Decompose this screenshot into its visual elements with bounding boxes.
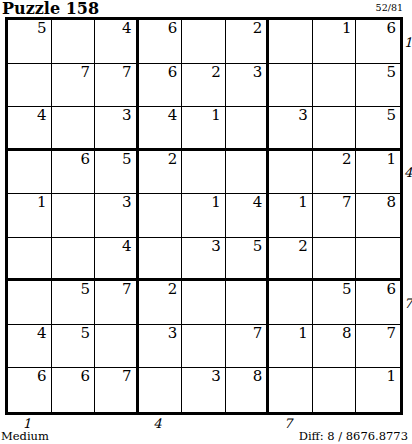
cell-r5c4[interactable] (139, 194, 183, 238)
cell-r8c6[interactable]: 7 (226, 325, 270, 369)
sudoku-board: 5462167762354341356522113141784352572564… (5, 17, 403, 415)
col-label-7: 7 (284, 417, 292, 430)
cell-r3c6[interactable] (226, 107, 270, 151)
cell-r7c6[interactable] (226, 281, 270, 325)
cell-r7c4[interactable]: 2 (139, 281, 183, 325)
row-label-7: 7 (404, 297, 412, 310)
cell-r4c5[interactable] (182, 151, 226, 195)
cell-r8c2[interactable]: 5 (52, 325, 96, 369)
cell-r2c3[interactable]: 7 (95, 64, 139, 108)
row-label-1: 1 (404, 36, 412, 49)
cell-r8c5[interactable] (182, 325, 226, 369)
cell-r5c6[interactable]: 4 (226, 194, 270, 238)
cell-r9c1[interactable]: 6 (8, 368, 52, 412)
cell-r6c8[interactable] (313, 238, 357, 282)
cell-r1c2[interactable] (52, 20, 96, 64)
cell-r8c9[interactable]: 7 (356, 325, 400, 369)
cell-r8c4[interactable]: 3 (139, 325, 183, 369)
cell-r1c7[interactable] (269, 20, 313, 64)
sudoku-puzzle-sheet: Puzzle 158 52/81 54621677623543413565221… (0, 0, 412, 444)
cell-r6c7[interactable]: 2 (269, 238, 313, 282)
cell-r4c7[interactable] (269, 151, 313, 195)
cell-r9c4[interactable] (139, 368, 183, 412)
cell-r9c6[interactable]: 8 (226, 368, 270, 412)
col-label-4: 4 (153, 417, 161, 430)
cell-r2c2[interactable]: 7 (52, 64, 96, 108)
cell-r4c6[interactable] (226, 151, 270, 195)
cell-r2c4[interactable]: 6 (139, 64, 183, 108)
cell-r1c5[interactable] (182, 20, 226, 64)
cell-r4c1[interactable] (8, 151, 52, 195)
cell-r6c1[interactable] (8, 238, 52, 282)
cell-r3c1[interactable]: 4 (8, 107, 52, 151)
cell-r1c4[interactable]: 6 (139, 20, 183, 64)
cell-r8c7[interactable]: 1 (269, 325, 313, 369)
cell-r3c7[interactable]: 3 (269, 107, 313, 151)
cell-r5c1[interactable]: 1 (8, 194, 52, 238)
cell-r5c3[interactable]: 3 (95, 194, 139, 238)
cell-r9c7[interactable] (269, 368, 313, 412)
cell-r9c2[interactable]: 6 (52, 368, 96, 412)
row-label-4: 4 (404, 166, 412, 179)
difficulty-score: Diff: 8 / 8676.8773 (299, 429, 408, 443)
page-title: Puzzle 158 (2, 0, 99, 18)
cell-r1c6[interactable]: 2 (226, 20, 270, 64)
cell-r1c9[interactable]: 6 (356, 20, 400, 64)
cell-r3c8[interactable] (313, 107, 357, 151)
cell-r1c1[interactable]: 5 (8, 20, 52, 64)
cell-r1c3[interactable]: 4 (95, 20, 139, 64)
cell-r3c5[interactable]: 1 (182, 107, 226, 151)
cell-r6c6[interactable]: 5 (226, 238, 270, 282)
cell-r7c5[interactable] (182, 281, 226, 325)
cell-r2c5[interactable]: 2 (182, 64, 226, 108)
cell-r5c7[interactable]: 1 (269, 194, 313, 238)
cell-r9c9[interactable]: 1 (356, 368, 400, 412)
cell-r2c7[interactable] (269, 64, 313, 108)
filled-count: 52/81 (376, 2, 403, 13)
cell-r7c9[interactable]: 6 (356, 281, 400, 325)
cell-r5c2[interactable] (52, 194, 96, 238)
cell-r4c8[interactable]: 2 (313, 151, 357, 195)
cell-r3c3[interactable]: 3 (95, 107, 139, 151)
cell-r4c3[interactable]: 5 (95, 151, 139, 195)
cell-r8c1[interactable]: 4 (8, 325, 52, 369)
cell-r6c9[interactable] (356, 238, 400, 282)
cell-r9c3[interactable]: 7 (95, 368, 139, 412)
cell-r3c2[interactable] (52, 107, 96, 151)
cell-r5c9[interactable]: 8 (356, 194, 400, 238)
cell-r6c2[interactable] (52, 238, 96, 282)
cell-r6c5[interactable]: 3 (182, 238, 226, 282)
cell-r7c2[interactable]: 5 (52, 281, 96, 325)
cell-r2c6[interactable]: 3 (226, 64, 270, 108)
cell-r4c2[interactable]: 6 (52, 151, 96, 195)
cell-r5c5[interactable]: 1 (182, 194, 226, 238)
cell-r8c3[interactable] (95, 325, 139, 369)
cell-r8c8[interactable]: 8 (313, 325, 357, 369)
cell-r4c4[interactable]: 2 (139, 151, 183, 195)
cell-r3c9[interactable]: 5 (356, 107, 400, 151)
cell-r7c8[interactable]: 5 (313, 281, 357, 325)
cell-r6c3[interactable]: 4 (95, 238, 139, 282)
cell-r2c9[interactable]: 5 (356, 64, 400, 108)
cell-r4c9[interactable]: 1 (356, 151, 400, 195)
cell-r7c3[interactable]: 7 (95, 281, 139, 325)
cell-r1c8[interactable]: 1 (313, 20, 357, 64)
cell-r2c1[interactable] (8, 64, 52, 108)
cell-r9c8[interactable] (313, 368, 357, 412)
cell-r7c1[interactable] (8, 281, 52, 325)
cell-r5c8[interactable]: 7 (313, 194, 357, 238)
cell-r9c5[interactable]: 3 (182, 368, 226, 412)
cell-r3c4[interactable]: 4 (139, 107, 183, 151)
cell-r7c7[interactable] (269, 281, 313, 325)
difficulty-label: Medium (1, 429, 49, 443)
cell-r6c4[interactable] (139, 238, 183, 282)
cell-r2c8[interactable] (313, 64, 357, 108)
